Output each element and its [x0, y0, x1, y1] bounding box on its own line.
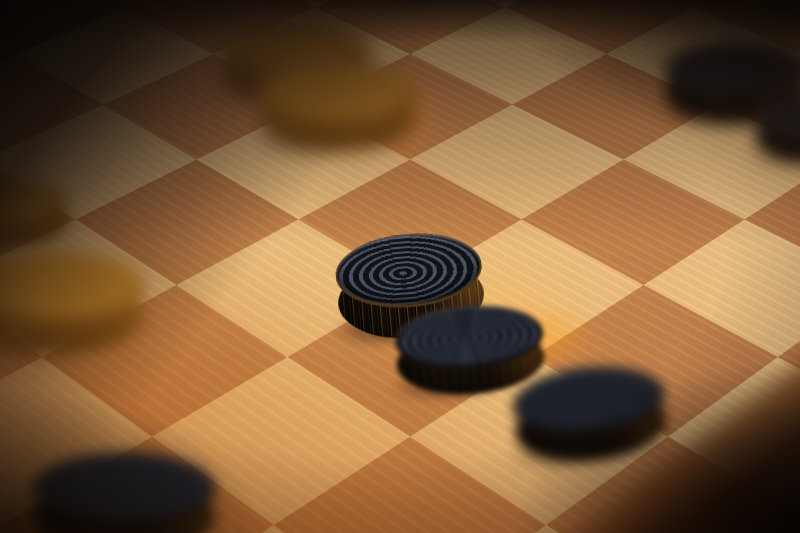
piece-face: [665, 41, 800, 98]
board-square: [228, 0, 410, 7]
board-square: [0, 437, 2, 533]
piece-face: [259, 61, 417, 124]
black-piece-bottom-right[interactable]: [510, 359, 671, 468]
board-square: [745, 160, 800, 285]
board-square: [0, 54, 103, 160]
piece-face: [33, 452, 215, 525]
photo-stage: [0, 0, 800, 533]
white-piece-left-a[interactable]: [0, 177, 67, 247]
white-piece-top-b[interactable]: [259, 61, 417, 151]
board-square: [410, 105, 623, 220]
board-square: [410, 0, 592, 7]
board-square: [522, 160, 745, 285]
black-piece-right-edge[interactable]: [756, 93, 800, 163]
board-square: [644, 219, 800, 357]
white-piece-left-b[interactable]: [0, 251, 144, 353]
board-square: [410, 7, 606, 104]
black-piece-bottom-left[interactable]: [33, 452, 215, 533]
